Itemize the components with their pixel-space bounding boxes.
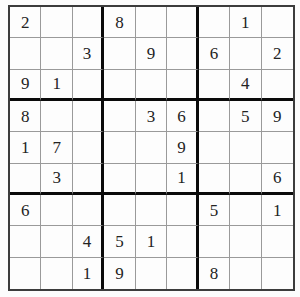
sudoku-given-digit: 1 — [52, 75, 61, 92]
sudoku-cell-r5c3[interactable] — [73, 132, 104, 163]
sudoku-given-digit: 6 — [273, 169, 282, 186]
sudoku-cell-r8c5[interactable]: 1 — [136, 226, 167, 257]
sudoku-cell-r4c6[interactable]: 6 — [167, 101, 198, 132]
sudoku-cell-r8c3[interactable]: 4 — [73, 226, 104, 257]
sudoku-cell-r6c8[interactable] — [230, 164, 261, 195]
sudoku-cell-r1c6[interactable] — [167, 7, 198, 38]
sudoku-cell-r6c2[interactable]: 3 — [41, 164, 72, 195]
sudoku-cell-r3c7[interactable] — [199, 70, 230, 101]
sudoku-cell-r7c9[interactable]: 1 — [262, 195, 293, 226]
sudoku-cell-r1c1[interactable]: 2 — [10, 7, 41, 38]
sudoku-given-digit: 4 — [83, 233, 92, 250]
sudoku-cell-r4c5[interactable]: 3 — [136, 101, 167, 132]
sudoku-board: 281396291483659179316651451198 — [8, 5, 295, 291]
sudoku-given-digit: 1 — [83, 265, 92, 282]
sudoku-cell-r2c3[interactable]: 3 — [73, 38, 104, 69]
sudoku-cell-r4c8[interactable]: 5 — [230, 101, 261, 132]
sudoku-cell-r4c3[interactable] — [73, 101, 104, 132]
sudoku-cell-r2c1[interactable] — [10, 38, 41, 69]
sudoku-given-digit: 9 — [147, 45, 156, 62]
sudoku-given-digit: 8 — [115, 14, 124, 31]
sudoku-given-digit: 1 — [21, 139, 30, 156]
sudoku-cell-r3c1[interactable]: 9 — [10, 70, 41, 101]
sudoku-cell-r6c3[interactable] — [73, 164, 104, 195]
sudoku-cell-r7c2[interactable] — [41, 195, 72, 226]
sudoku-cell-r7c7[interactable]: 5 — [199, 195, 230, 226]
sudoku-cell-r1c7[interactable] — [199, 7, 230, 38]
sudoku-given-digit: 4 — [241, 75, 250, 92]
sudoku-cell-r5c2[interactable]: 7 — [41, 132, 72, 163]
sudoku-cell-r5c1[interactable]: 1 — [10, 132, 41, 163]
sudoku-cell-r3c5[interactable] — [136, 70, 167, 101]
sudoku-cell-r1c4[interactable]: 8 — [104, 7, 135, 38]
sudoku-cell-r8c4[interactable]: 5 — [104, 226, 135, 257]
sudoku-cell-r6c7[interactable] — [199, 164, 230, 195]
sudoku-cell-r7c8[interactable] — [230, 195, 261, 226]
sudoku-given-digit: 1 — [273, 202, 282, 219]
sudoku-cell-r9c9[interactable] — [262, 258, 293, 289]
sudoku-given-digit: 3 — [147, 108, 156, 125]
sudoku-given-digit: 3 — [52, 169, 61, 186]
sudoku-cell-r3c8[interactable]: 4 — [230, 70, 261, 101]
sudoku-cell-r9c1[interactable] — [10, 258, 41, 289]
sudoku-cell-r9c6[interactable] — [167, 258, 198, 289]
sudoku-page: 281396291483659179316651451198 — [0, 0, 300, 297]
sudoku-cell-r4c7[interactable] — [199, 101, 230, 132]
sudoku-cell-r2c7[interactable]: 6 — [199, 38, 230, 69]
sudoku-cell-r5c8[interactable] — [230, 132, 261, 163]
sudoku-cell-r7c6[interactable] — [167, 195, 198, 226]
sudoku-cell-r3c2[interactable]: 1 — [41, 70, 72, 101]
sudoku-cell-r6c9[interactable]: 6 — [262, 164, 293, 195]
sudoku-cell-r8c6[interactable] — [167, 226, 198, 257]
sudoku-cell-r9c3[interactable]: 1 — [73, 258, 104, 289]
sudoku-cell-r8c8[interactable] — [230, 226, 261, 257]
sudoku-cell-r5c6[interactable]: 9 — [167, 132, 198, 163]
sudoku-given-digit: 2 — [273, 45, 282, 62]
sudoku-cell-r2c5[interactable]: 9 — [136, 38, 167, 69]
sudoku-given-digit: 1 — [177, 169, 186, 186]
sudoku-cell-r3c6[interactable] — [167, 70, 198, 101]
sudoku-cell-r6c5[interactable] — [136, 164, 167, 195]
sudoku-cell-r7c3[interactable] — [73, 195, 104, 226]
sudoku-given-digit: 9 — [177, 139, 186, 156]
sudoku-cell-r3c9[interactable] — [262, 70, 293, 101]
sudoku-cell-r1c8[interactable]: 1 — [230, 7, 261, 38]
sudoku-cell-r8c2[interactable] — [41, 226, 72, 257]
sudoku-given-digit: 9 — [21, 75, 30, 92]
sudoku-cell-r6c1[interactable] — [10, 164, 41, 195]
sudoku-given-digit: 6 — [210, 45, 219, 62]
sudoku-cell-r2c6[interactable] — [167, 38, 198, 69]
sudoku-cell-r4c4[interactable] — [104, 101, 135, 132]
sudoku-given-digit: 1 — [241, 14, 250, 31]
sudoku-cell-r8c9[interactable] — [262, 226, 293, 257]
sudoku-cell-r5c9[interactable] — [262, 132, 293, 163]
sudoku-cell-r9c8[interactable] — [230, 258, 261, 289]
sudoku-given-digit: 7 — [52, 139, 61, 156]
sudoku-cell-r2c8[interactable] — [230, 38, 261, 69]
sudoku-cell-r2c9[interactable]: 2 — [262, 38, 293, 69]
sudoku-cell-r9c4[interactable]: 9 — [104, 258, 135, 289]
sudoku-given-digit: 5 — [115, 233, 124, 250]
sudoku-cell-r8c1[interactable] — [10, 226, 41, 257]
sudoku-cell-r5c7[interactable] — [199, 132, 230, 163]
sudoku-cell-r7c5[interactable] — [136, 195, 167, 226]
sudoku-cell-r3c4[interactable] — [104, 70, 135, 101]
sudoku-cell-r6c6[interactable]: 1 — [167, 164, 198, 195]
sudoku-cell-r1c5[interactable] — [136, 7, 167, 38]
sudoku-given-digit: 5 — [241, 108, 250, 125]
sudoku-cell-r9c5[interactable] — [136, 258, 167, 289]
sudoku-given-digit: 9 — [115, 265, 124, 282]
sudoku-cell-r7c1[interactable]: 6 — [10, 195, 41, 226]
sudoku-cell-r4c9[interactable]: 9 — [262, 101, 293, 132]
sudoku-given-digit: 6 — [177, 108, 186, 125]
sudoku-cell-r6c4[interactable] — [104, 164, 135, 195]
sudoku-given-digit: 6 — [21, 202, 30, 219]
sudoku-cell-r1c3[interactable] — [73, 7, 104, 38]
sudoku-cell-r9c7[interactable]: 8 — [199, 258, 230, 289]
sudoku-given-digit: 8 — [21, 108, 30, 125]
sudoku-cell-r2c4[interactable] — [104, 38, 135, 69]
sudoku-given-digit: 3 — [83, 45, 92, 62]
sudoku-given-digit: 5 — [210, 202, 219, 219]
sudoku-cell-r4c1[interactable]: 8 — [10, 101, 41, 132]
sudoku-cell-r1c2[interactable] — [41, 7, 72, 38]
sudoku-cell-r1c9[interactable] — [262, 7, 293, 38]
sudoku-cell-r2c2[interactable] — [41, 38, 72, 69]
sudoku-cell-r4c2[interactable] — [41, 101, 72, 132]
sudoku-cell-r7c4[interactable] — [104, 195, 135, 226]
sudoku-cell-r5c4[interactable] — [104, 132, 135, 163]
sudoku-given-digit: 9 — [273, 108, 282, 125]
sudoku-cell-r5c5[interactable] — [136, 132, 167, 163]
sudoku-cell-r3c3[interactable] — [73, 70, 104, 101]
sudoku-cell-r9c2[interactable] — [41, 258, 72, 289]
sudoku-given-digit: 2 — [21, 14, 30, 31]
sudoku-given-digit: 1 — [147, 233, 156, 250]
sudoku-given-digit: 8 — [210, 265, 219, 282]
sudoku-cell-r8c7[interactable] — [199, 226, 230, 257]
